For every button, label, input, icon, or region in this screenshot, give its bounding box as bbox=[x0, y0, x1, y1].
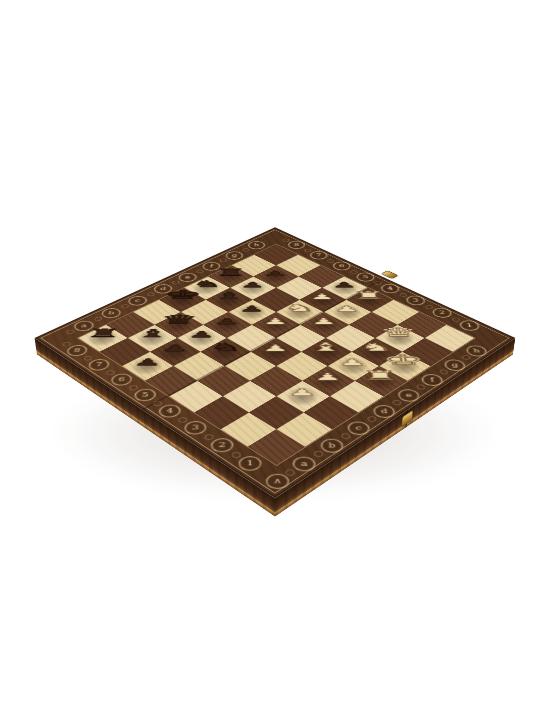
rank-label-2: 2 bbox=[210, 439, 233, 453]
frame-ornament bbox=[241, 248, 251, 253]
frame-ornament bbox=[339, 432, 352, 440]
frame-ornament bbox=[127, 384, 139, 391]
frame-ornament bbox=[230, 451, 243, 459]
black-rook-icon: ♜ bbox=[213, 267, 246, 277]
white-knight-icon: ♞ bbox=[283, 303, 315, 313]
rank-label-right-8: 8 bbox=[288, 241, 305, 249]
file-label-f: f bbox=[421, 374, 444, 386]
black-pawn-icon: ♟ bbox=[213, 317, 240, 325]
frame-ornament bbox=[438, 369, 450, 376]
black-king-icon: ♚ bbox=[162, 288, 202, 300]
frame-ornament bbox=[415, 383, 427, 390]
frame-ornament bbox=[460, 354, 472, 361]
frame-ornament bbox=[218, 258, 228, 263]
rank-label-right-6: 6 bbox=[333, 262, 351, 270]
file-label-e: e bbox=[397, 389, 420, 401]
white-rook-icon: ♜ bbox=[351, 290, 386, 300]
frame-ornament bbox=[82, 355, 94, 362]
file-label-c: c bbox=[347, 421, 370, 434]
frame-ornament bbox=[61, 341, 72, 347]
frame-ornament bbox=[146, 292, 157, 297]
rank-label-right-2: 2 bbox=[432, 308, 453, 318]
frame-ornament bbox=[391, 399, 403, 406]
rank-label-right-7: 7 bbox=[310, 251, 327, 259]
black-bishop-icon: ♝ bbox=[134, 328, 170, 339]
frame-ornament bbox=[93, 316, 104, 322]
white-pawn-icon: ♟ bbox=[333, 305, 360, 313]
frame-ornament bbox=[171, 280, 181, 285]
rank-label-6: 6 bbox=[110, 374, 132, 386]
rank-label-3: 3 bbox=[184, 421, 207, 434]
frame-ornament bbox=[65, 329, 76, 335]
rank-label-5: 5 bbox=[133, 389, 156, 401]
file-label-a: a bbox=[292, 457, 315, 471]
rank-label-4: 4 bbox=[158, 405, 181, 418]
frame-ornament bbox=[176, 416, 189, 424]
frame-ornament bbox=[195, 269, 205, 274]
white-pawn-icon: ♟ bbox=[262, 317, 288, 325]
rank-label-7: 7 bbox=[87, 359, 109, 370]
frame-ornament bbox=[312, 450, 325, 458]
rank-label-right-3: 3 bbox=[405, 296, 425, 305]
frame-ornament bbox=[203, 433, 216, 441]
white-pawn-icon: ♟ bbox=[310, 317, 337, 325]
black-queen-icon: ♛ bbox=[158, 313, 198, 325]
frame-ornament bbox=[104, 369, 116, 376]
white-pawn-icon: ♟ bbox=[309, 293, 335, 301]
rank-label-right-5: 5 bbox=[356, 273, 375, 282]
black-pawn-icon: ♟ bbox=[331, 281, 357, 289]
file-label-g: g bbox=[443, 359, 465, 370]
file-label-d: d bbox=[373, 405, 396, 418]
frame-ornament bbox=[366, 415, 379, 423]
black-pawn-icon: ♟ bbox=[263, 270, 288, 277]
black-pawn-icon: ♟ bbox=[239, 281, 264, 289]
rank-label-right-1: 1 bbox=[459, 321, 480, 331]
file-label-top-c: c bbox=[127, 296, 147, 305]
photo-scene: aa11bb22cc33dd44ee55ff66gg77hh88∧ ♜♟♞♟♟♚… bbox=[0, 0, 540, 720]
file-label-h: h bbox=[465, 345, 487, 356]
file-label-top-g: g bbox=[225, 251, 242, 259]
file-label-b: b bbox=[320, 439, 343, 453]
black-bishop-icon: ♝ bbox=[212, 291, 245, 301]
white-queen-icon: ♛ bbox=[377, 326, 418, 339]
frame-ornament bbox=[120, 304, 131, 310]
black-pawn-icon: ♟ bbox=[187, 330, 215, 339]
rank-label-8: 8 bbox=[66, 345, 88, 356]
corner-arrow-icon: ∧ bbox=[265, 474, 288, 489]
black-pawn-icon: ♟ bbox=[238, 305, 264, 313]
black-rook-icon: ♜ bbox=[84, 327, 122, 339]
file-label-top-b: b bbox=[101, 308, 122, 318]
rank-label-1: 1 bbox=[238, 457, 261, 471]
file-label-top-h: h bbox=[248, 241, 265, 249]
frame-ornament bbox=[283, 468, 296, 477]
